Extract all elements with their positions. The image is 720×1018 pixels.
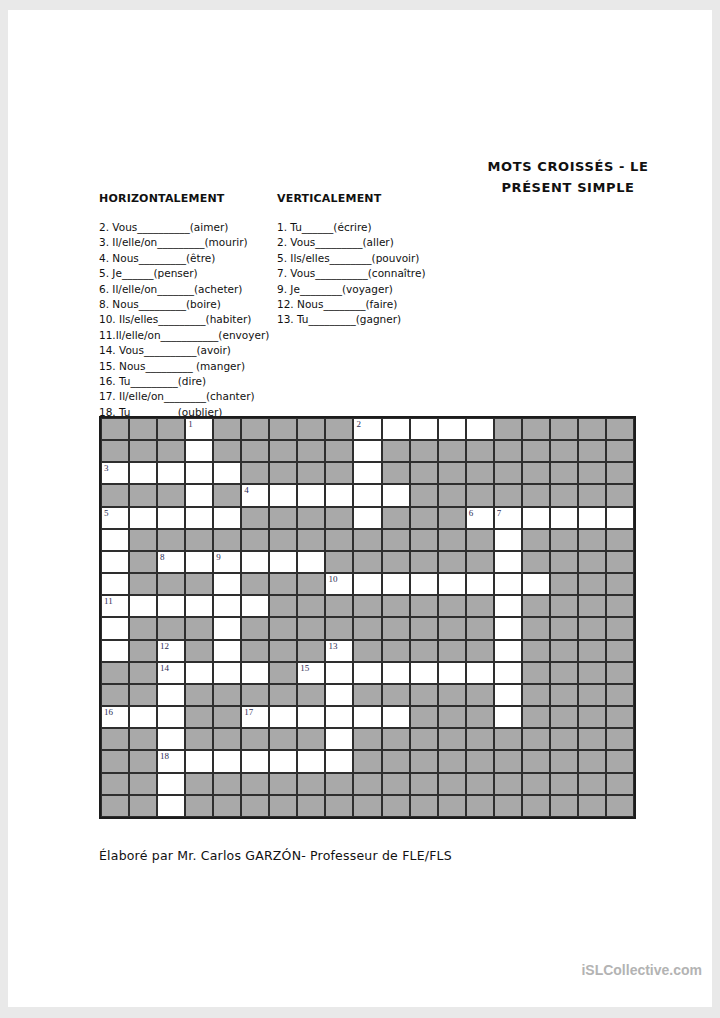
grid-cell bbox=[269, 617, 297, 639]
grid-cell bbox=[550, 706, 578, 728]
grid-cell[interactable] bbox=[325, 706, 353, 728]
grid-cell[interactable] bbox=[241, 750, 269, 772]
grid-cell[interactable] bbox=[353, 462, 381, 484]
grid-cell bbox=[353, 529, 381, 551]
grid-cell[interactable] bbox=[101, 551, 129, 573]
grid-cell[interactable]: 5 bbox=[101, 507, 129, 529]
grid-cell[interactable] bbox=[353, 706, 381, 728]
grid-cell bbox=[494, 773, 522, 795]
grid-cell bbox=[494, 440, 522, 462]
grid-cell bbox=[578, 795, 606, 817]
grid-cell bbox=[438, 440, 466, 462]
clue-number: 4 bbox=[244, 485, 249, 495]
grid-cell bbox=[213, 418, 241, 440]
grid-cell bbox=[578, 418, 606, 440]
grid-cell bbox=[325, 418, 353, 440]
grid-cell[interactable] bbox=[101, 640, 129, 662]
grid-cell[interactable]: 1 bbox=[185, 418, 213, 440]
grid-cell[interactable] bbox=[466, 662, 494, 684]
grid-cell bbox=[185, 640, 213, 662]
grid-cell[interactable]: 3 bbox=[101, 462, 129, 484]
grid-cell bbox=[185, 617, 213, 639]
grid-cell bbox=[438, 484, 466, 506]
grid-cell bbox=[382, 440, 410, 462]
grid-cell[interactable] bbox=[438, 573, 466, 595]
grid-cell bbox=[269, 462, 297, 484]
grid-cell bbox=[353, 617, 381, 639]
grid-cell bbox=[578, 440, 606, 462]
clue-number: 16 bbox=[104, 707, 113, 717]
grid-cell[interactable]: 18 bbox=[157, 750, 185, 772]
grid-cell bbox=[297, 462, 325, 484]
grid-cell[interactable]: 6 bbox=[466, 507, 494, 529]
grid-cell bbox=[241, 617, 269, 639]
grid-cell[interactable] bbox=[494, 617, 522, 639]
grid-cell bbox=[382, 617, 410, 639]
grid-cell[interactable] bbox=[550, 507, 578, 529]
grid-cell bbox=[382, 595, 410, 617]
grid-cell[interactable] bbox=[157, 507, 185, 529]
footer-credit: Élaboré par Mr. Carlos GARZÓN- Professeu… bbox=[99, 848, 452, 863]
grid-cell bbox=[241, 795, 269, 817]
grid-cell[interactable]: 14 bbox=[157, 662, 185, 684]
grid-cell[interactable] bbox=[129, 595, 157, 617]
grid-cell bbox=[438, 750, 466, 772]
grid-cell bbox=[382, 640, 410, 662]
grid-cell bbox=[269, 507, 297, 529]
grid-cell[interactable] bbox=[101, 617, 129, 639]
grid-cell[interactable] bbox=[185, 750, 213, 772]
grid-cell bbox=[325, 440, 353, 462]
grid-cell bbox=[578, 462, 606, 484]
grid-cell bbox=[410, 529, 438, 551]
grid-cell bbox=[578, 662, 606, 684]
grid-cell bbox=[241, 640, 269, 662]
grid-cell bbox=[494, 462, 522, 484]
grid-cell bbox=[578, 728, 606, 750]
grid-cell bbox=[410, 640, 438, 662]
across-clue-list: 2. Vous__________(aimer)3. Il/elle/on___… bbox=[99, 220, 279, 420]
grid-cell[interactable] bbox=[213, 595, 241, 617]
grid-cell[interactable] bbox=[157, 595, 185, 617]
grid-cell bbox=[382, 507, 410, 529]
grid-cell bbox=[382, 728, 410, 750]
grid-cell[interactable] bbox=[297, 551, 325, 573]
grid-cell bbox=[578, 640, 606, 662]
grid-cell bbox=[466, 462, 494, 484]
across-clue: 11.Il/elle/on___________(envoyer) bbox=[99, 328, 279, 343]
grid-cell[interactable] bbox=[185, 462, 213, 484]
grid-cell[interactable]: 2 bbox=[353, 418, 381, 440]
grid-cell[interactable] bbox=[494, 529, 522, 551]
grid-cell[interactable] bbox=[438, 662, 466, 684]
grid-cell bbox=[606, 662, 634, 684]
grid-cell[interactable] bbox=[522, 573, 550, 595]
grid-cell[interactable] bbox=[157, 684, 185, 706]
grid-cell bbox=[269, 595, 297, 617]
grid-cell bbox=[410, 773, 438, 795]
grid-cell bbox=[101, 750, 129, 772]
grid-cell bbox=[550, 662, 578, 684]
grid-cell bbox=[269, 573, 297, 595]
grid-cell[interactable] bbox=[157, 728, 185, 750]
grid-cell bbox=[466, 529, 494, 551]
grid-cell bbox=[213, 728, 241, 750]
grid-cell bbox=[101, 728, 129, 750]
grid-cell bbox=[438, 795, 466, 817]
grid-cell[interactable]: 10 bbox=[325, 573, 353, 595]
grid-cell[interactable]: 17 bbox=[241, 706, 269, 728]
grid-cell bbox=[185, 706, 213, 728]
grid-cell bbox=[494, 484, 522, 506]
grid-cell[interactable] bbox=[241, 662, 269, 684]
grid-cell bbox=[297, 418, 325, 440]
grid-cell[interactable] bbox=[494, 551, 522, 573]
grid-cell bbox=[353, 640, 381, 662]
clue-number: 11 bbox=[104, 596, 113, 606]
clue-number: 10 bbox=[328, 574, 337, 584]
grid-cell bbox=[522, 418, 550, 440]
grid-cell bbox=[353, 773, 381, 795]
grid-cell bbox=[241, 529, 269, 551]
grid-cell bbox=[550, 728, 578, 750]
grid-cell bbox=[438, 595, 466, 617]
grid-cell bbox=[101, 773, 129, 795]
grid-cell bbox=[297, 595, 325, 617]
grid-cell bbox=[297, 617, 325, 639]
grid-cell bbox=[382, 684, 410, 706]
grid-cell[interactable] bbox=[213, 573, 241, 595]
grid-cell bbox=[522, 640, 550, 662]
grid-cell bbox=[550, 595, 578, 617]
grid-cell[interactable]: 8 bbox=[157, 551, 185, 573]
grid-cell bbox=[353, 728, 381, 750]
grid-cell bbox=[550, 640, 578, 662]
grid-cell[interactable] bbox=[382, 418, 410, 440]
grid-cell bbox=[269, 640, 297, 662]
grid-cell[interactable] bbox=[213, 617, 241, 639]
clue-number: 12 bbox=[160, 641, 169, 651]
grid-cell[interactable] bbox=[353, 440, 381, 462]
grid-cell bbox=[410, 507, 438, 529]
grid-cell bbox=[185, 684, 213, 706]
grid-cell bbox=[466, 551, 494, 573]
grid-cell[interactable] bbox=[353, 484, 381, 506]
grid-cell[interactable] bbox=[185, 507, 213, 529]
grid-cell bbox=[297, 728, 325, 750]
clue-number: 14 bbox=[160, 663, 169, 673]
grid-cell bbox=[410, 795, 438, 817]
grid-cell bbox=[578, 484, 606, 506]
grid-cell bbox=[325, 529, 353, 551]
grid-cell[interactable] bbox=[129, 507, 157, 529]
grid-cell[interactable] bbox=[157, 795, 185, 817]
grid-cell[interactable] bbox=[466, 573, 494, 595]
grid-cell bbox=[129, 750, 157, 772]
grid-cell[interactable] bbox=[410, 662, 438, 684]
grid-cell[interactable] bbox=[185, 662, 213, 684]
grid-cell bbox=[578, 595, 606, 617]
grid-cell bbox=[606, 573, 634, 595]
grid-cell bbox=[129, 440, 157, 462]
grid-cell bbox=[241, 507, 269, 529]
grid-cell[interactable] bbox=[410, 573, 438, 595]
grid-cell[interactable] bbox=[129, 462, 157, 484]
grid-cell bbox=[353, 551, 381, 573]
grid-cell bbox=[606, 551, 634, 573]
grid-cell bbox=[410, 440, 438, 462]
grid-cell bbox=[325, 462, 353, 484]
grid-cell[interactable] bbox=[578, 507, 606, 529]
grid-cell bbox=[325, 795, 353, 817]
grid-cell bbox=[578, 573, 606, 595]
across-clue: 14. Vous__________(avoir) bbox=[99, 343, 279, 358]
grid-cell[interactable] bbox=[410, 418, 438, 440]
grid-cell[interactable]: 12 bbox=[157, 640, 185, 662]
grid-cell[interactable] bbox=[325, 728, 353, 750]
grid-cell[interactable] bbox=[157, 773, 185, 795]
grid-cell bbox=[297, 507, 325, 529]
grid-cell[interactable] bbox=[157, 706, 185, 728]
grid-cell bbox=[578, 750, 606, 772]
grid-cell bbox=[410, 684, 438, 706]
grid-cell[interactable] bbox=[297, 750, 325, 772]
grid-cell bbox=[157, 440, 185, 462]
grid-cell bbox=[129, 484, 157, 506]
grid-cell bbox=[438, 640, 466, 662]
grid-cell bbox=[522, 773, 550, 795]
grid-cell[interactable] bbox=[382, 484, 410, 506]
grid-cell[interactable] bbox=[382, 706, 410, 728]
grid-cell bbox=[129, 795, 157, 817]
grid-cell[interactable] bbox=[185, 595, 213, 617]
grid-cell[interactable] bbox=[269, 551, 297, 573]
grid-cell[interactable] bbox=[494, 640, 522, 662]
grid-cell bbox=[129, 640, 157, 662]
grid-cell[interactable] bbox=[353, 573, 381, 595]
grid-cell[interactable] bbox=[382, 573, 410, 595]
down-clue: 1. Tu______(écrire) bbox=[277, 220, 447, 235]
grid-cell bbox=[269, 662, 297, 684]
grid-cell[interactable] bbox=[325, 684, 353, 706]
across-clue: 16. Tu_________(dire) bbox=[99, 374, 279, 389]
grid-cell bbox=[522, 462, 550, 484]
grid-cell[interactable]: 7 bbox=[494, 507, 522, 529]
grid-cell[interactable] bbox=[213, 462, 241, 484]
grid-cell[interactable]: 15 bbox=[297, 662, 325, 684]
grid-cell bbox=[606, 462, 634, 484]
grid-cell bbox=[550, 573, 578, 595]
grid-cell[interactable]: 9 bbox=[213, 551, 241, 573]
grid-cell[interactable] bbox=[494, 595, 522, 617]
grid-cell[interactable] bbox=[494, 662, 522, 684]
grid-cell bbox=[157, 529, 185, 551]
grid-cell bbox=[101, 418, 129, 440]
grid-cell[interactable] bbox=[213, 640, 241, 662]
grid-cell[interactable] bbox=[353, 662, 381, 684]
grid-cell[interactable] bbox=[269, 706, 297, 728]
grid-cell bbox=[522, 750, 550, 772]
clue-number: 9 bbox=[216, 552, 221, 562]
grid-cell[interactable] bbox=[494, 684, 522, 706]
grid-cell[interactable] bbox=[101, 573, 129, 595]
grid-cell bbox=[325, 617, 353, 639]
grid-cell bbox=[606, 640, 634, 662]
grid-cell[interactable] bbox=[241, 595, 269, 617]
grid-cell[interactable]: 11 bbox=[101, 595, 129, 617]
grid-cell[interactable] bbox=[185, 440, 213, 462]
grid-cell bbox=[550, 440, 578, 462]
grid-cell bbox=[269, 795, 297, 817]
grid-cell bbox=[382, 773, 410, 795]
clue-number: 3 bbox=[104, 463, 109, 473]
grid-cell[interactable] bbox=[494, 573, 522, 595]
grid-cell bbox=[213, 529, 241, 551]
grid-cell[interactable] bbox=[213, 662, 241, 684]
grid-cell[interactable] bbox=[185, 551, 213, 573]
grid-cell[interactable] bbox=[241, 551, 269, 573]
grid-cell bbox=[185, 529, 213, 551]
grid-cell[interactable]: 13 bbox=[325, 640, 353, 662]
clue-number: 8 bbox=[160, 552, 165, 562]
grid-cell bbox=[297, 773, 325, 795]
grid-cell bbox=[297, 573, 325, 595]
title-line-2: PRÉSENT SIMPLE bbox=[448, 177, 688, 198]
clue-number: 15 bbox=[300, 663, 309, 673]
grid-cell bbox=[297, 529, 325, 551]
grid-cell bbox=[325, 551, 353, 573]
grid-cell bbox=[550, 418, 578, 440]
grid-cell[interactable] bbox=[325, 662, 353, 684]
grid-cell[interactable] bbox=[297, 706, 325, 728]
grid-cell bbox=[466, 617, 494, 639]
grid-cell bbox=[101, 684, 129, 706]
grid-cell bbox=[213, 773, 241, 795]
down-header: VERTICALEMENT bbox=[277, 192, 381, 205]
grid-cell[interactable] bbox=[494, 706, 522, 728]
grid-cell bbox=[297, 795, 325, 817]
grid-cell bbox=[606, 617, 634, 639]
grid-cell bbox=[494, 728, 522, 750]
grid-cell bbox=[522, 706, 550, 728]
down-clue: 13. Tu_________(gagner) bbox=[277, 312, 447, 327]
grid-cell[interactable] bbox=[606, 507, 634, 529]
grid-cell bbox=[382, 551, 410, 573]
grid-cell bbox=[494, 418, 522, 440]
grid-cell bbox=[494, 795, 522, 817]
grid-cell[interactable] bbox=[325, 750, 353, 772]
grid-cell bbox=[438, 529, 466, 551]
grid-cell bbox=[438, 551, 466, 573]
grid-cell[interactable] bbox=[129, 706, 157, 728]
grid-cell bbox=[269, 728, 297, 750]
grid-cell bbox=[550, 617, 578, 639]
grid-cell bbox=[466, 750, 494, 772]
down-clue: 2. Vous_________(aller) bbox=[277, 235, 447, 250]
across-clue: 15. Nous_________ (manger) bbox=[99, 359, 279, 374]
down-clue: 7. Vous__________(connaître) bbox=[277, 266, 447, 281]
grid-cell bbox=[269, 684, 297, 706]
grid-cell bbox=[550, 773, 578, 795]
grid-cell[interactable] bbox=[297, 484, 325, 506]
grid-cell bbox=[606, 440, 634, 462]
grid-cell bbox=[522, 484, 550, 506]
grid-cell bbox=[157, 484, 185, 506]
grid-cell[interactable] bbox=[213, 750, 241, 772]
grid-cell[interactable]: 16 bbox=[101, 706, 129, 728]
grid-cell bbox=[129, 728, 157, 750]
grid-cell bbox=[129, 617, 157, 639]
grid-cell bbox=[578, 773, 606, 795]
grid-cell bbox=[466, 595, 494, 617]
grid-cell bbox=[353, 795, 381, 817]
grid-cell bbox=[129, 418, 157, 440]
grid-cell bbox=[410, 462, 438, 484]
grid-cell[interactable] bbox=[185, 484, 213, 506]
grid-cell[interactable]: 4 bbox=[241, 484, 269, 506]
grid-cell bbox=[550, 551, 578, 573]
across-clue: 6. Il/elle/on_______(acheter) bbox=[99, 282, 279, 297]
down-clue: 12. Nous________(faire) bbox=[277, 297, 447, 312]
grid-cell bbox=[297, 684, 325, 706]
grid-cell bbox=[522, 728, 550, 750]
grid-cell bbox=[606, 418, 634, 440]
grid-cell bbox=[129, 573, 157, 595]
grid-cell bbox=[466, 684, 494, 706]
clue-number: 6 bbox=[469, 508, 474, 518]
clue-number: 18 bbox=[160, 751, 169, 761]
grid-cell[interactable] bbox=[466, 418, 494, 440]
grid-cell bbox=[325, 595, 353, 617]
grid-cell bbox=[606, 684, 634, 706]
grid-cell bbox=[129, 662, 157, 684]
grid-cell bbox=[578, 551, 606, 573]
grid-cell bbox=[522, 617, 550, 639]
grid-cell bbox=[606, 529, 634, 551]
grid-cell[interactable] bbox=[382, 662, 410, 684]
grid-cell bbox=[578, 617, 606, 639]
grid-cell[interactable] bbox=[325, 484, 353, 506]
grid-cell[interactable] bbox=[101, 529, 129, 551]
grid-cell bbox=[522, 440, 550, 462]
grid-cell bbox=[269, 440, 297, 462]
grid-cell[interactable] bbox=[157, 462, 185, 484]
grid-cell[interactable] bbox=[269, 484, 297, 506]
grid-cell bbox=[241, 773, 269, 795]
grid-cell[interactable] bbox=[438, 418, 466, 440]
grid-cell bbox=[578, 706, 606, 728]
grid-cell bbox=[213, 684, 241, 706]
across-clue: 17. Il/elle/on________(chanter) bbox=[99, 389, 279, 404]
grid-cell bbox=[213, 795, 241, 817]
grid-cell[interactable] bbox=[522, 507, 550, 529]
grid-cell bbox=[466, 484, 494, 506]
grid-cell bbox=[578, 684, 606, 706]
grid-cell[interactable] bbox=[269, 750, 297, 772]
grid-cell bbox=[241, 462, 269, 484]
grid-cell bbox=[101, 662, 129, 684]
grid-cell bbox=[466, 706, 494, 728]
across-clue: 8. Nous_________(boire) bbox=[99, 297, 279, 312]
grid-cell bbox=[438, 728, 466, 750]
grid-cell bbox=[606, 595, 634, 617]
grid-cell[interactable] bbox=[213, 507, 241, 529]
grid-cell bbox=[438, 773, 466, 795]
grid-cell bbox=[410, 617, 438, 639]
crossword-grid: 123456789101112131415161718 bbox=[99, 416, 636, 819]
grid-cell bbox=[606, 484, 634, 506]
grid-cell[interactable] bbox=[353, 507, 381, 529]
